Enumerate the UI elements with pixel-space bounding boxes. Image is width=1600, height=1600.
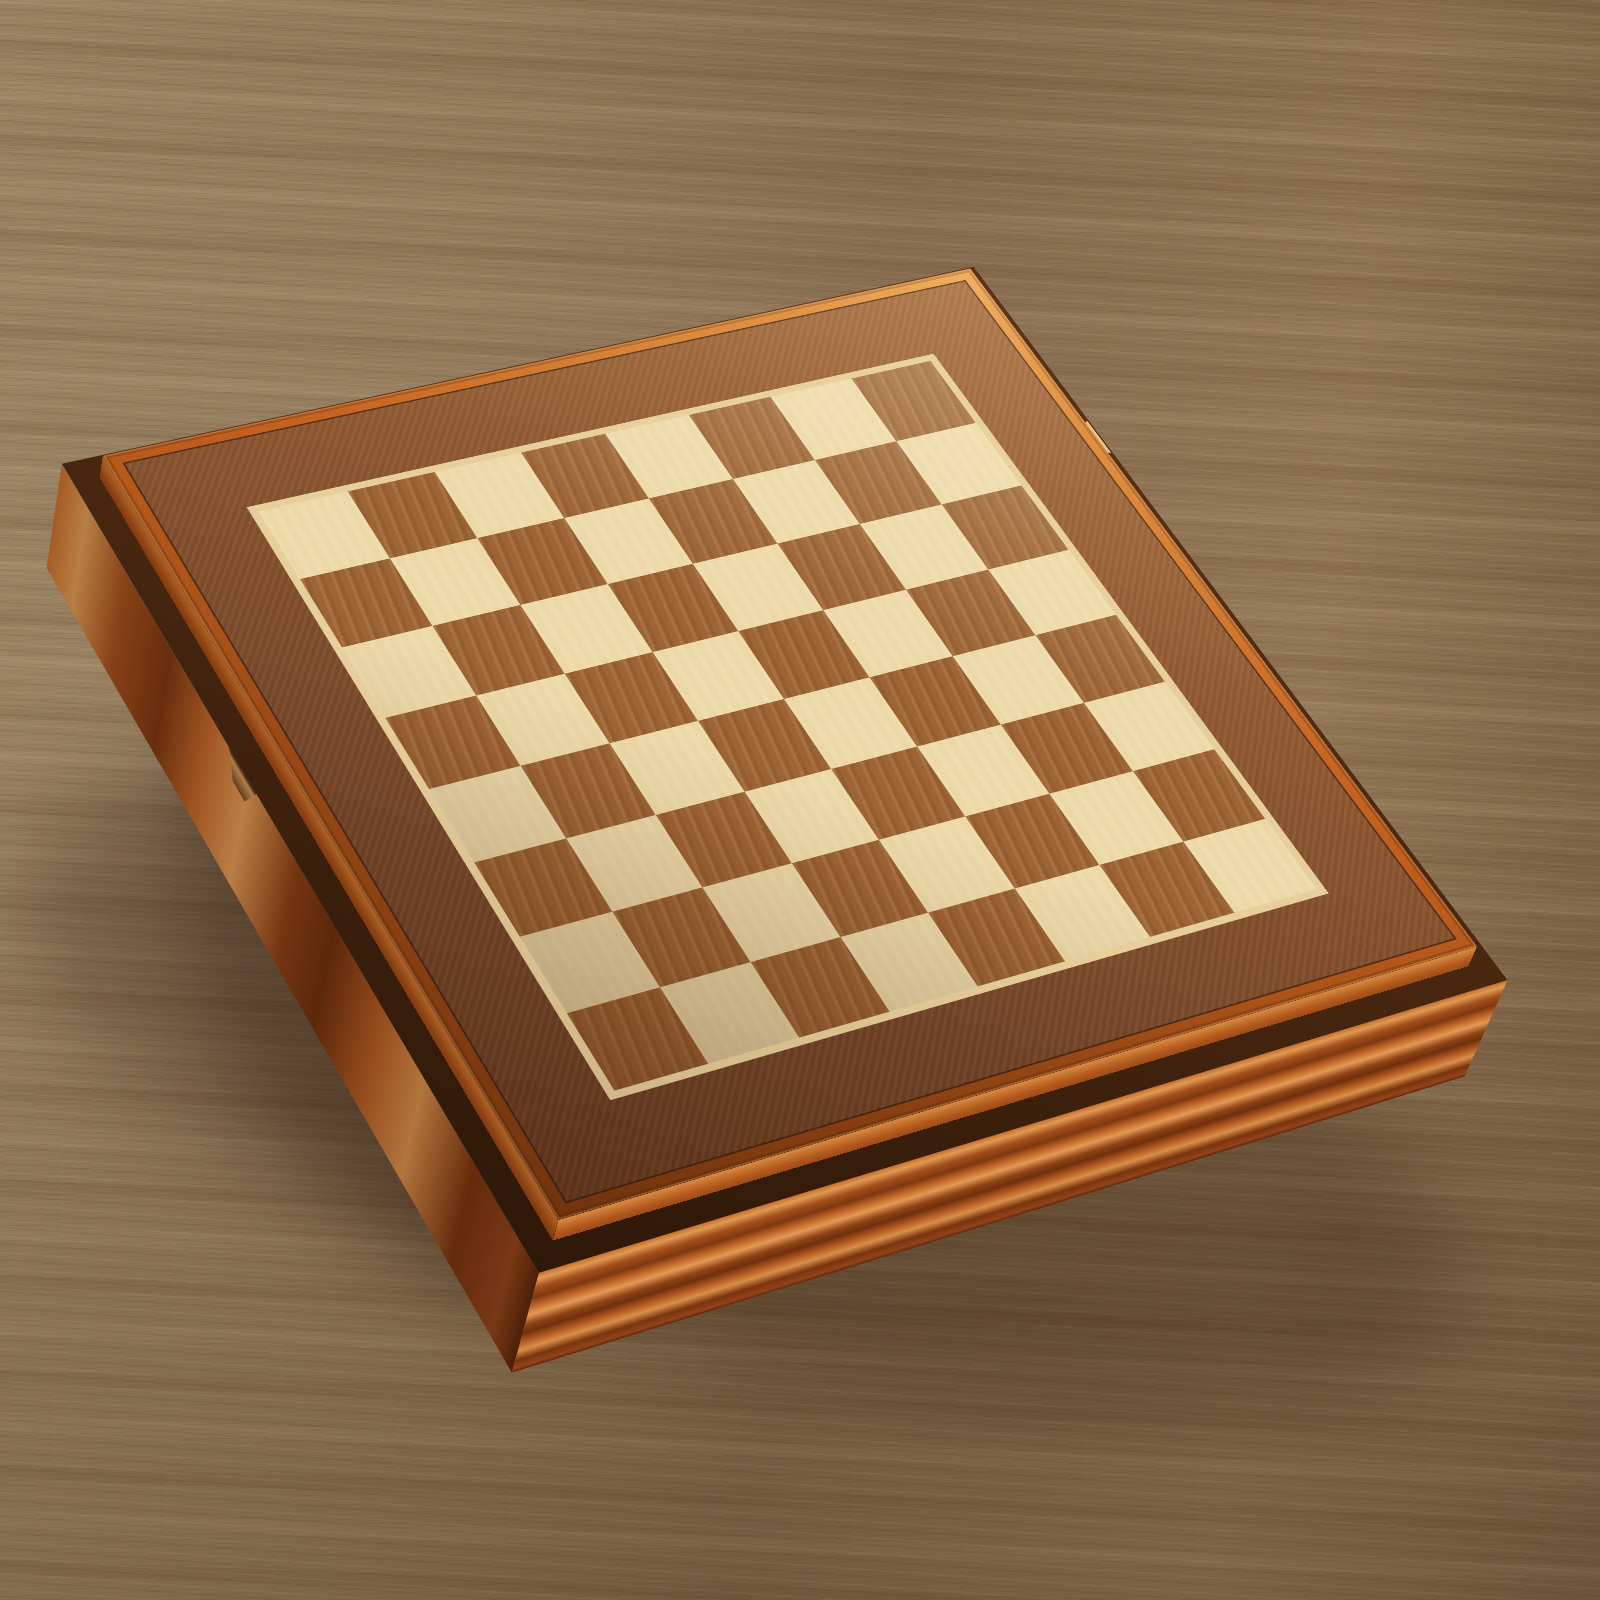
board-square[interactable]	[612, 887, 750, 987]
board-square[interactable]	[840, 912, 978, 1011]
board-square[interactable]	[610, 721, 744, 815]
scene	[0, 0, 1600, 1600]
board-square[interactable]	[698, 699, 831, 791]
board-square[interactable]	[429, 766, 565, 862]
board-square[interactable]	[385, 695, 520, 789]
board-square[interactable]	[831, 746, 965, 839]
board-square[interactable]	[791, 840, 927, 937]
board-square[interactable]	[928, 888, 1065, 986]
board-square[interactable]	[1014, 865, 1150, 962]
board-square[interactable]	[1099, 841, 1234, 937]
board-square[interactable]	[879, 817, 1014, 913]
board-square[interactable]	[659, 962, 799, 1064]
photo-canvas: { "game": "chess", "position": "8/8/8/8/…	[0, 0, 1600, 1600]
board-square[interactable]	[566, 815, 703, 912]
board-square[interactable]	[520, 743, 655, 838]
board-square[interactable]	[520, 912, 659, 1013]
board-square[interactable]	[656, 791, 792, 887]
board-square[interactable]	[750, 937, 889, 1038]
chess-box	[103, 269, 1477, 1221]
board-square[interactable]	[474, 838, 612, 937]
board-square[interactable]	[342, 626, 476, 718]
board-square[interactable]	[744, 769, 879, 864]
board-square[interactable]	[567, 987, 708, 1091]
board-square[interactable]	[476, 673, 610, 766]
board-square[interactable]	[702, 863, 839, 961]
board-square[interactable]	[965, 794, 1099, 889]
